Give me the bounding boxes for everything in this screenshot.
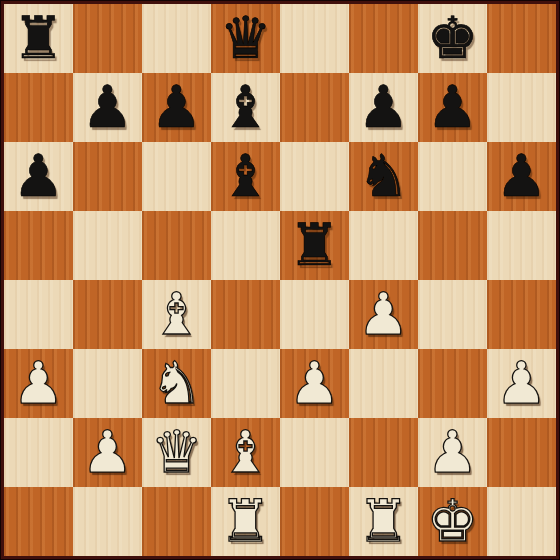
square-b8[interactable] xyxy=(73,4,142,73)
piece-white-king[interactable]: ♚ xyxy=(427,487,479,556)
piece-white-rook[interactable]: ♜ xyxy=(220,487,272,556)
piece-white-rook[interactable]: ♜ xyxy=(358,487,410,556)
square-a3[interactable]: ♟ xyxy=(4,349,73,418)
piece-black-queen[interactable]: ♛ xyxy=(220,4,272,73)
square-b5[interactable] xyxy=(73,211,142,280)
square-b7[interactable]: ♟ xyxy=(73,73,142,142)
square-h7[interactable] xyxy=(487,73,556,142)
square-e6[interactable] xyxy=(280,142,349,211)
square-a8[interactable]: ♜ xyxy=(4,4,73,73)
square-c3[interactable]: ♞ xyxy=(142,349,211,418)
piece-white-pawn[interactable]: ♟ xyxy=(82,418,134,487)
square-c7[interactable]: ♟ xyxy=(142,73,211,142)
square-f3[interactable] xyxy=(349,349,418,418)
square-h3[interactable]: ♟ xyxy=(487,349,556,418)
piece-black-knight[interactable]: ♞ xyxy=(358,142,410,211)
piece-black-pawn[interactable]: ♟ xyxy=(427,73,479,142)
square-d8[interactable]: ♛ xyxy=(211,4,280,73)
square-h8[interactable] xyxy=(487,4,556,73)
square-c6[interactable] xyxy=(142,142,211,211)
square-e5[interactable]: ♜ xyxy=(280,211,349,280)
piece-white-pawn[interactable]: ♟ xyxy=(427,418,479,487)
square-h2[interactable] xyxy=(487,418,556,487)
square-g3[interactable] xyxy=(418,349,487,418)
square-d1[interactable]: ♜ xyxy=(211,487,280,556)
piece-white-bishop[interactable]: ♝ xyxy=(151,280,203,349)
square-h5[interactable] xyxy=(487,211,556,280)
square-c2[interactable]: ♛ xyxy=(142,418,211,487)
square-f2[interactable] xyxy=(349,418,418,487)
square-e3[interactable]: ♟ xyxy=(280,349,349,418)
square-d7[interactable]: ♝ xyxy=(211,73,280,142)
square-a5[interactable] xyxy=(4,211,73,280)
square-c5[interactable] xyxy=(142,211,211,280)
square-e2[interactable] xyxy=(280,418,349,487)
square-f8[interactable] xyxy=(349,4,418,73)
square-e7[interactable] xyxy=(280,73,349,142)
square-g5[interactable] xyxy=(418,211,487,280)
square-b3[interactable] xyxy=(73,349,142,418)
square-f6[interactable]: ♞ xyxy=(349,142,418,211)
piece-black-bishop[interactable]: ♝ xyxy=(220,73,272,142)
square-e4[interactable] xyxy=(280,280,349,349)
square-f7[interactable]: ♟ xyxy=(349,73,418,142)
square-c1[interactable] xyxy=(142,487,211,556)
square-a2[interactable] xyxy=(4,418,73,487)
square-f4[interactable]: ♟ xyxy=(349,280,418,349)
chess-board: ♜♛♚♟♟♝♟♟♟♝♞♟♜♝♟♟♞♟♟♟♛♝♟♜♜♚ xyxy=(4,4,556,556)
piece-white-pawn[interactable]: ♟ xyxy=(358,280,410,349)
piece-black-bishop[interactable]: ♝ xyxy=(220,142,272,211)
square-h6[interactable]: ♟ xyxy=(487,142,556,211)
piece-black-king[interactable]: ♚ xyxy=(427,4,479,73)
square-g8[interactable]: ♚ xyxy=(418,4,487,73)
square-d2[interactable]: ♝ xyxy=(211,418,280,487)
piece-black-pawn[interactable]: ♟ xyxy=(13,142,65,211)
square-d4[interactable] xyxy=(211,280,280,349)
square-a4[interactable] xyxy=(4,280,73,349)
square-b6[interactable] xyxy=(73,142,142,211)
square-d3[interactable] xyxy=(211,349,280,418)
piece-white-pawn[interactable]: ♟ xyxy=(496,349,548,418)
square-a1[interactable] xyxy=(4,487,73,556)
piece-black-pawn[interactable]: ♟ xyxy=(82,73,134,142)
square-e8[interactable] xyxy=(280,4,349,73)
piece-black-rook[interactable]: ♜ xyxy=(13,4,65,73)
square-g1[interactable]: ♚ xyxy=(418,487,487,556)
piece-black-pawn[interactable]: ♟ xyxy=(151,73,203,142)
square-g6[interactable] xyxy=(418,142,487,211)
square-h1[interactable] xyxy=(487,487,556,556)
square-b2[interactable]: ♟ xyxy=(73,418,142,487)
square-f1[interactable]: ♜ xyxy=(349,487,418,556)
square-g2[interactable]: ♟ xyxy=(418,418,487,487)
square-d6[interactable]: ♝ xyxy=(211,142,280,211)
square-c8[interactable] xyxy=(142,4,211,73)
piece-black-rook[interactable]: ♜ xyxy=(289,211,341,280)
square-b4[interactable] xyxy=(73,280,142,349)
piece-white-pawn[interactable]: ♟ xyxy=(289,349,341,418)
piece-white-bishop[interactable]: ♝ xyxy=(220,418,272,487)
square-b1[interactable] xyxy=(73,487,142,556)
square-g4[interactable] xyxy=(418,280,487,349)
square-d5[interactable] xyxy=(211,211,280,280)
square-f5[interactable] xyxy=(349,211,418,280)
square-c4[interactable]: ♝ xyxy=(142,280,211,349)
square-a6[interactable]: ♟ xyxy=(4,142,73,211)
square-g7[interactable]: ♟ xyxy=(418,73,487,142)
piece-white-queen[interactable]: ♛ xyxy=(151,418,203,487)
piece-white-pawn[interactable]: ♟ xyxy=(13,349,65,418)
square-h4[interactable] xyxy=(487,280,556,349)
piece-black-pawn[interactable]: ♟ xyxy=(496,142,548,211)
piece-black-pawn[interactable]: ♟ xyxy=(358,73,410,142)
chess-board-frame: ♜♛♚♟♟♝♟♟♟♝♞♟♜♝♟♟♞♟♟♟♛♝♟♜♜♚ xyxy=(0,0,560,560)
piece-white-knight[interactable]: ♞ xyxy=(151,349,203,418)
square-a7[interactable] xyxy=(4,73,73,142)
square-e1[interactable] xyxy=(280,487,349,556)
